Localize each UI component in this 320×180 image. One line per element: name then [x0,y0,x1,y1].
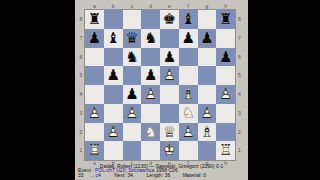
rank-label-1: 1 [237,141,243,160]
square-g5 [198,66,217,85]
rank-label-5: 5 [237,66,243,85]
rank-label-8: 8 [237,10,243,29]
rank-label-4: 4 [237,85,243,104]
square-f5 [179,66,198,85]
white-pawn: ♟♙ [123,104,142,123]
square-a3: ♟♙ [85,104,104,123]
length-label: Length: 36 [147,173,171,178]
square-e3 [160,104,179,123]
square-c3: ♟♙ [123,104,142,123]
file-label-g: g [198,3,217,9]
square-a5 [85,66,104,85]
event-link: POL-chT U20, Szczawnica [95,167,155,173]
file-label-h: h [216,160,235,166]
rank-label-6: 6 [237,48,243,67]
square-g3: ♟♙ [198,104,217,123]
rank-label-8: 8 [78,10,84,29]
white-queen: ♛♕ [160,123,179,142]
file-label-h: h [216,3,235,9]
file-label-f: f [179,160,198,166]
black-rook: ♜ [85,10,104,29]
rank-label-2: 2 [237,123,243,142]
moves-line: 33 ... c4 Next: 34. Length: 36 Material:… [78,173,206,178]
white-king: ♚♔ [160,141,179,160]
file-label-e: e [160,160,179,166]
white-rook: ♜♖ [85,141,104,160]
square-e7 [160,29,179,48]
square-d6 [141,48,160,67]
square-d1 [141,141,160,160]
square-c2 [123,123,142,142]
square-c8 [123,10,142,29]
square-e6: ♟ [160,48,179,67]
black-pawn: ♟ [85,29,104,48]
square-b7: ♝ [104,29,123,48]
square-e2: ♛♕ [160,123,179,142]
square-c7: ♛ [123,29,142,48]
last-move: ... c4 [90,173,101,178]
file-label-e: e [160,3,179,9]
white-knight: ♞♘ [179,104,198,123]
analysis-panel: abcdefgh 87654321 ♜♚♝♜♟♝♛♞♟♟♞♟♟♟♟♟♙♟♟♙♝♗… [75,0,248,180]
square-f8: ♝ [179,10,198,29]
rank-label-7: 7 [237,29,243,48]
black-knight: ♞ [123,48,142,67]
square-f3: ♞♘ [179,104,198,123]
file-label-b: b [104,160,123,166]
rank-label-1: 1 [78,141,84,160]
white-rook: ♜♖ [216,141,235,160]
square-h2 [216,123,235,142]
black-pawn: ♟ [123,85,142,104]
black-rook: ♜ [216,10,235,29]
white-bishop: ♝♗ [198,123,217,142]
square-a8: ♜ [85,10,104,29]
black-pawn: ♟ [141,66,160,85]
video-frame: abcdefgh 87654321 ♜♚♝♜♟♝♛♞♟♟♞♟♟♟♟♟♙♟♟♙♝♗… [0,0,320,180]
rank-label-3: 3 [78,104,84,123]
file-label-a: a [85,3,104,9]
file-label-c: c [123,3,142,9]
square-b1 [104,141,123,160]
square-g6 [198,48,217,67]
square-b6 [104,48,123,67]
square-e8: ♚ [160,10,179,29]
rank-label-6: 6 [78,48,84,67]
square-f4: ♝♗ [179,85,198,104]
file-label-d: d [141,160,160,166]
square-h4: ♟♙ [216,85,235,104]
square-e4 [160,85,179,104]
square-b5: ♟ [104,66,123,85]
file-label-b: b [104,3,123,9]
square-b4 [104,85,123,104]
rank-label-2: 2 [78,123,84,142]
black-knight: ♞ [141,29,160,48]
square-b2: ♟♙ [104,123,123,142]
square-d8 [141,10,160,29]
rank-label-3: 3 [237,104,243,123]
black-bishop: ♝ [179,10,198,29]
square-a4 [85,85,104,104]
file-label-g: g [198,160,217,166]
rank-labels-right: 87654321 [237,10,243,160]
square-h5 [216,66,235,85]
square-f1 [179,141,198,160]
rank-label-5: 5 [78,66,84,85]
white-pawn: ♟♙ [85,104,104,123]
file-label-d: d [141,3,160,9]
black-pawn: ♟ [160,48,179,67]
square-a6 [85,48,104,67]
square-h8: ♜ [216,10,235,29]
square-a7: ♟ [85,29,104,48]
square-a1: ♜♖ [85,141,104,160]
file-label-c: c [123,160,142,166]
black-bishop: ♝ [104,29,123,48]
white-pawn: ♟♙ [216,85,235,104]
white-pawn: ♟♙ [160,66,179,85]
square-g4 [198,85,217,104]
white-bishop: ♝♗ [179,85,198,104]
black-pawn: ♟ [216,48,235,67]
square-c6: ♞ [123,48,142,67]
event-rest: 1998 C06 [155,167,178,173]
black-pawn: ♟ [104,66,123,85]
square-b8 [104,10,123,29]
square-c1 [123,141,142,160]
file-labels-bottom: abcdefgh [85,160,235,166]
square-d7: ♞ [141,29,160,48]
square-e5: ♟♙ [160,66,179,85]
white-pawn: ♟♙ [141,85,160,104]
square-b3 [104,104,123,123]
square-e1: ♚♔ [160,141,179,160]
square-g7: ♟ [198,29,217,48]
black-king: ♚ [160,10,179,29]
square-g2: ♝♗ [198,123,217,142]
file-label-a: a [85,160,104,166]
square-h1: ♜♖ [216,141,235,160]
square-f7: ♟ [179,29,198,48]
file-labels-top: abcdefgh [85,3,235,9]
white-pawn: ♟♙ [104,123,123,142]
black-pawn: ♟ [198,29,217,48]
square-a2 [85,123,104,142]
square-h6: ♟ [216,48,235,67]
square-h3 [216,104,235,123]
rank-label-4: 4 [78,85,84,104]
file-label-f: f [179,3,198,9]
square-f2: ♟♙ [179,123,198,142]
next-move-label: Next: 34. [114,173,134,178]
square-g8 [198,10,217,29]
square-f6 [179,48,198,67]
white-pawn: ♟♙ [198,104,217,123]
square-d4: ♟♙ [141,85,160,104]
white-pawn: ♟♙ [179,123,198,142]
black-queen: ♛ [123,29,142,48]
square-g1 [198,141,217,160]
chess-board: ♜♚♝♜♟♝♛♞♟♟♞♟♟♟♟♟♙♟♟♙♝♗♟♙♟♙♟♙♞♘♟♙♟♙♞♘♛♕♟♙… [85,10,235,160]
square-d3 [141,104,160,123]
black-pawn: ♟ [179,29,198,48]
white-knight: ♞♘ [141,123,160,142]
rank-labels-left: 87654321 [78,10,84,160]
rank-label-7: 7 [78,29,84,48]
square-h7 [216,29,235,48]
material-label: Material: 0 [183,173,206,178]
square-d2: ♞♘ [141,123,160,142]
event-label: Event : [78,167,95,173]
square-c5 [123,66,142,85]
square-c4: ♟ [123,85,142,104]
square-d5: ♟ [141,66,160,85]
event-line: Event : POL-chT U20, Szczawnica 1998 C06 [78,168,178,173]
move-number: 33 [78,173,84,178]
